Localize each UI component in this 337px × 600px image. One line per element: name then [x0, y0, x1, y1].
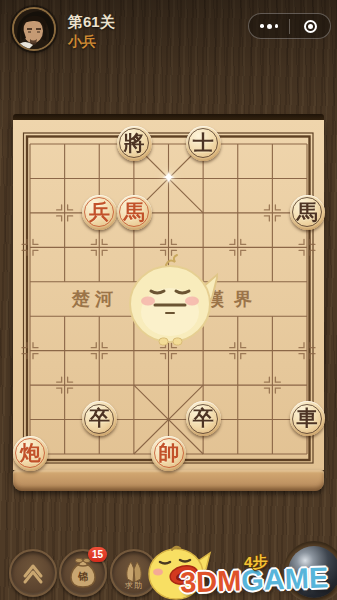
miniprogram-capsule: [248, 13, 331, 39]
watermark-3dm: 3DM: [179, 564, 241, 598]
steps-label: 4步: [244, 553, 267, 572]
piece-glyph: 將: [124, 133, 145, 154]
piece-black-horse[interactable]: 馬: [290, 195, 325, 230]
board-grid[interactable]: 將士兵馬馬卒卒車炮帥✦: [13, 126, 324, 470]
piece-glyph: 炮: [20, 443, 41, 464]
piece-black-chariot[interactable]: 車: [290, 401, 325, 436]
piece-red-general[interactable]: 帥: [151, 436, 186, 471]
chevron-up-icon: [19, 559, 47, 587]
hint-bag-button[interactable]: 锦 15: [59, 549, 107, 597]
target-dot-icon: [304, 20, 317, 33]
hint-count-badge: 15: [88, 547, 107, 562]
piece-red-cannon[interactable]: 炮: [13, 436, 48, 471]
piece-black-advisor[interactable]: 士: [186, 126, 221, 161]
menu-button[interactable]: [9, 549, 57, 597]
piece-glyph: 車: [297, 408, 318, 429]
piece-glyph: 馬: [124, 202, 145, 223]
avatar: [12, 7, 56, 51]
piece-black-soldier-2[interactable]: 卒: [186, 401, 221, 436]
piece-red-soldier[interactable]: 兵: [82, 195, 117, 230]
board-front-bevel: [13, 470, 324, 491]
piece-glyph: 士: [193, 133, 214, 154]
move-hint-sparkle[interactable]: ✦: [162, 170, 175, 186]
piece-glyph: 馬: [297, 202, 318, 223]
piece-black-soldier-1[interactable]: 卒: [82, 401, 117, 436]
avatar-portrait: [14, 9, 54, 49]
hint-bag-char: 锦: [77, 571, 88, 582]
piece-glyph: 帥: [158, 443, 179, 464]
piece-glyph: 兵: [89, 202, 110, 223]
piece-glyph: 卒: [193, 408, 214, 429]
piece-red-horse[interactable]: 馬: [117, 195, 152, 230]
more-button[interactable]: [249, 14, 289, 38]
ellipsis-icon: [260, 24, 278, 29]
level-name: 小兵: [68, 33, 96, 51]
exit-button[interactable]: [290, 14, 330, 38]
piece-black-general[interactable]: 將: [117, 126, 152, 161]
game-screen: 第61关 小兵: [0, 0, 337, 600]
level-label: 第61关: [68, 13, 115, 32]
piece-glyph: 卒: [89, 408, 110, 429]
